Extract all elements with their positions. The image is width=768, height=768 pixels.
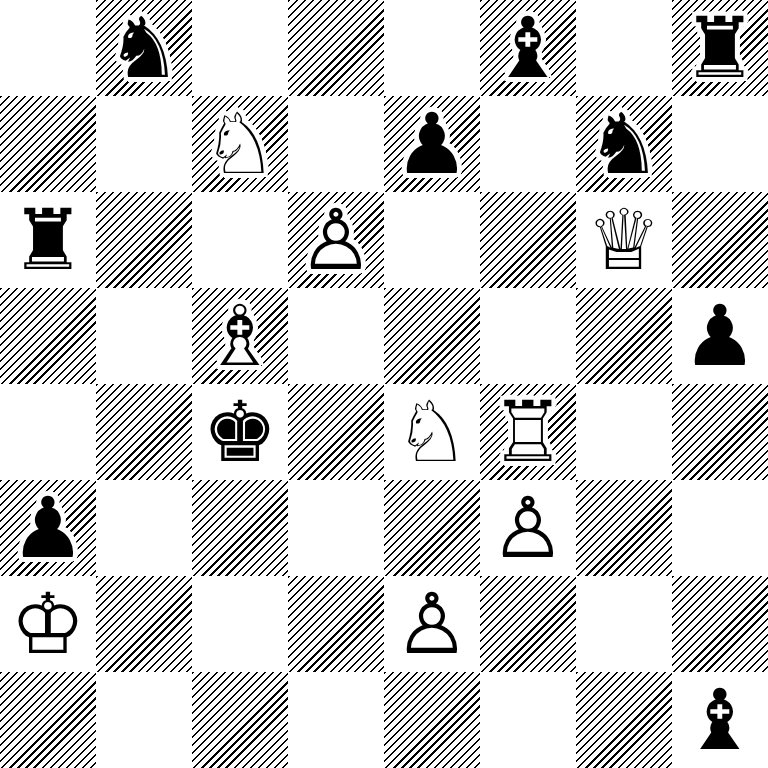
piece-outline: ♗ [192,288,288,384]
square-f6[interactable] [480,192,576,288]
square-h2[interactable] [672,576,768,672]
square-d2[interactable] [288,576,384,672]
white-bishop-piece: ♝♗ [192,288,288,384]
black-pawn-piece: ♟ [672,288,768,384]
piece-outline: ♘ [192,96,288,192]
square-h7[interactable] [672,96,768,192]
square-g3[interactable] [576,480,672,576]
square-e3[interactable] [384,480,480,576]
black-knight-piece: ♞ [96,0,192,96]
piece-outline: ♕ [576,192,672,288]
square-a2[interactable]: ♚♔ [0,576,96,672]
square-b6[interactable] [96,192,192,288]
square-b1[interactable] [96,672,192,768]
square-a6[interactable]: ♜ [0,192,96,288]
piece-fill: ♞ [96,0,192,96]
square-d8[interactable] [288,0,384,96]
square-h3[interactable] [672,480,768,576]
square-f8[interactable]: ♝ [480,0,576,96]
piece-fill: ♚ [192,384,288,480]
square-a5[interactable] [0,288,96,384]
square-e8[interactable] [384,0,480,96]
square-d6[interactable]: ♟♙ [288,192,384,288]
piece-outline: ♘ [384,384,480,480]
square-b2[interactable] [96,576,192,672]
square-e7[interactable]: ♟ [384,96,480,192]
square-e2[interactable]: ♟♙ [384,576,480,672]
square-b8[interactable]: ♞ [96,0,192,96]
square-b3[interactable] [96,480,192,576]
piece-fill: ♟ [672,288,768,384]
square-a3[interactable]: ♟ [0,480,96,576]
square-f7[interactable] [480,96,576,192]
black-knight-piece: ♞ [576,96,672,192]
square-g2[interactable] [576,576,672,672]
square-f5[interactable] [480,288,576,384]
square-e4[interactable]: ♞♘ [384,384,480,480]
white-knight-piece: ♞♘ [384,384,480,480]
square-e6[interactable] [384,192,480,288]
square-g8[interactable] [576,0,672,96]
square-f1[interactable] [480,672,576,768]
piece-outline: ♙ [384,576,480,672]
piece-fill: ♟ [0,480,96,576]
piece-fill: ♝ [672,672,768,768]
square-a1[interactable] [0,672,96,768]
square-h6[interactable] [672,192,768,288]
square-h4[interactable] [672,384,768,480]
square-f4[interactable]: ♜♖ [480,384,576,480]
white-pawn-piece: ♟♙ [480,480,576,576]
piece-fill: ♞ [576,96,672,192]
white-pawn-piece: ♟♙ [384,576,480,672]
square-d3[interactable] [288,480,384,576]
piece-fill: ♜ [672,0,768,96]
black-rook-piece: ♜ [672,0,768,96]
square-d7[interactable] [288,96,384,192]
square-g1[interactable] [576,672,672,768]
piece-outline: ♖ [480,384,576,480]
square-g7[interactable]: ♞ [576,96,672,192]
square-c8[interactable] [192,0,288,96]
piece-fill: ♟ [384,96,480,192]
black-bishop-piece: ♝ [672,672,768,768]
square-b4[interactable] [96,384,192,480]
square-a8[interactable] [0,0,96,96]
square-a7[interactable] [0,96,96,192]
piece-outline: ♔ [0,576,96,672]
square-a4[interactable] [0,384,96,480]
square-c2[interactable] [192,576,288,672]
square-d1[interactable] [288,672,384,768]
square-f3[interactable]: ♟♙ [480,480,576,576]
square-c4[interactable]: ♚ [192,384,288,480]
black-pawn-piece: ♟ [384,96,480,192]
black-pawn-piece: ♟ [0,480,96,576]
black-rook-piece: ♜ [0,192,96,288]
square-c7[interactable]: ♞♘ [192,96,288,192]
white-rook-piece: ♜♖ [480,384,576,480]
square-h8[interactable]: ♜ [672,0,768,96]
square-c1[interactable] [192,672,288,768]
chess-board: ♞♝♜♞♘♟♞♜♟♙♛♕♝♗♟♚♞♘♜♖♟♟♙♚♔♟♙♝ [0,0,768,768]
square-h1[interactable]: ♝ [672,672,768,768]
square-b5[interactable] [96,288,192,384]
square-g6[interactable]: ♛♕ [576,192,672,288]
square-e1[interactable] [384,672,480,768]
square-g5[interactable] [576,288,672,384]
piece-fill: ♝ [480,0,576,96]
white-queen-piece: ♛♕ [576,192,672,288]
square-c3[interactable] [192,480,288,576]
square-e5[interactable] [384,288,480,384]
square-c6[interactable] [192,192,288,288]
black-bishop-piece: ♝ [480,0,576,96]
white-knight-piece: ♞♘ [192,96,288,192]
square-g4[interactable] [576,384,672,480]
piece-outline: ♙ [480,480,576,576]
piece-fill: ♜ [0,192,96,288]
white-king-piece: ♚♔ [0,576,96,672]
square-c5[interactable]: ♝♗ [192,288,288,384]
square-f2[interactable] [480,576,576,672]
square-b7[interactable] [96,96,192,192]
square-h5[interactable]: ♟ [672,288,768,384]
black-king-piece: ♚ [192,384,288,480]
square-d5[interactable] [288,288,384,384]
square-d4[interactable] [288,384,384,480]
white-pawn-piece: ♟♙ [288,192,384,288]
piece-outline: ♙ [288,192,384,288]
